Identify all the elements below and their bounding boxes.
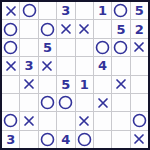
cross-icon [23, 78, 35, 90]
circle-icon [40, 132, 55, 147]
circle-icon [3, 22, 18, 37]
cell-r5c5[interactable]: 1 [76, 76, 93, 93]
cell-r7c2[interactable] [20, 112, 37, 129]
cell-r5c6[interactable] [94, 76, 111, 93]
cell-r2c4[interactable] [57, 20, 74, 37]
cell-r3c6[interactable] [94, 39, 111, 56]
cell-r2c2[interactable] [20, 20, 37, 37]
cell-r5c3[interactable] [39, 76, 56, 93]
cell-r1c1[interactable] [2, 2, 19, 19]
cell-r3c4[interactable] [57, 39, 74, 56]
cell-r8c8[interactable] [131, 131, 148, 148]
circle-icon [58, 95, 73, 110]
cell-r2c7[interactable]: 5 [112, 20, 129, 37]
digit-clue: 5 [43, 40, 52, 53]
cell-r5c4[interactable]: 5 [57, 76, 74, 93]
cell-r2c8[interactable]: 2 [131, 20, 148, 37]
cell-r6c2[interactable] [20, 94, 37, 111]
digit-clue: 5 [61, 77, 70, 90]
cell-r2c5[interactable] [76, 20, 93, 37]
cell-r4c6[interactable]: 4 [94, 57, 111, 74]
cell-r2c1[interactable] [2, 20, 19, 37]
circle-icon [113, 40, 128, 55]
cell-r6c6[interactable] [94, 94, 111, 111]
cell-r1c5[interactable] [76, 2, 93, 19]
cross-icon [5, 60, 17, 72]
cross-icon [41, 60, 53, 72]
cell-r4c8[interactable] [131, 57, 148, 74]
circle-icon [3, 113, 18, 128]
cross-icon [78, 115, 90, 127]
digit-clue: 1 [98, 4, 107, 17]
circle-icon [22, 3, 37, 18]
cell-r4c3[interactable] [39, 57, 56, 74]
digit-clue: 1 [80, 77, 89, 90]
digit-clue: 4 [61, 132, 70, 145]
circle-icon [95, 40, 110, 55]
cell-r8c1[interactable]: 3 [2, 131, 19, 148]
cross-icon [23, 115, 35, 127]
cross-icon [97, 97, 109, 109]
cell-r8c6[interactable] [94, 131, 111, 148]
cell-r1c8[interactable]: 5 [131, 2, 148, 19]
cell-r7c6[interactable] [94, 112, 111, 129]
cross-icon [133, 41, 145, 53]
cross-icon [78, 23, 90, 35]
cell-r7c3[interactable] [39, 112, 56, 129]
cell-r3c7[interactable] [112, 39, 129, 56]
cell-r1c3[interactable] [39, 2, 56, 19]
cell-r5c7[interactable] [112, 76, 129, 93]
circle-icon [132, 113, 147, 128]
digit-clue: 3 [25, 59, 34, 72]
cell-r2c6[interactable] [94, 20, 111, 37]
cell-r4c4[interactable] [57, 57, 74, 74]
cell-r4c7[interactable] [112, 57, 129, 74]
circle-icon [40, 22, 55, 37]
cell-r7c8[interactable] [131, 112, 148, 129]
cell-r7c4[interactable] [57, 112, 74, 129]
puzzle-board: 315525345134 [0, 0, 150, 150]
cell-r8c4[interactable]: 4 [57, 131, 74, 148]
cross-icon [60, 23, 72, 35]
cross-icon [115, 78, 127, 90]
digit-clue: 5 [116, 22, 125, 35]
cross-icon [133, 133, 145, 145]
cell-r8c2[interactable] [20, 131, 37, 148]
cell-r7c5[interactable] [76, 112, 93, 129]
digit-clue: 4 [98, 59, 107, 72]
cell-r3c2[interactable] [20, 39, 37, 56]
cell-r3c1[interactable] [2, 39, 19, 56]
cell-r1c4[interactable]: 3 [57, 2, 74, 19]
cell-r7c1[interactable] [2, 112, 19, 129]
cell-r3c3[interactable]: 5 [39, 39, 56, 56]
cell-r5c8[interactable] [131, 76, 148, 93]
cell-r1c2[interactable] [20, 2, 37, 19]
circle-icon [3, 40, 18, 55]
cell-r1c6[interactable]: 1 [94, 2, 111, 19]
cell-r5c1[interactable] [2, 76, 19, 93]
cell-r6c1[interactable] [2, 94, 19, 111]
cell-r8c3[interactable] [39, 131, 56, 148]
circle-icon [40, 95, 55, 110]
cell-r8c5[interactable] [76, 131, 93, 148]
circle-icon [77, 132, 92, 147]
cell-r2c3[interactable] [39, 20, 56, 37]
digit-clue: 3 [6, 132, 15, 145]
digit-clue: 2 [135, 22, 144, 35]
cell-r5c2[interactable] [20, 76, 37, 93]
cross-icon [5, 5, 17, 17]
digit-clue: 5 [135, 4, 144, 17]
cell-r3c8[interactable] [131, 39, 148, 56]
cell-r6c3[interactable] [39, 94, 56, 111]
cell-r4c2[interactable]: 3 [20, 57, 37, 74]
cell-r4c5[interactable] [76, 57, 93, 74]
cell-r6c7[interactable] [112, 94, 129, 111]
cell-r7c7[interactable] [112, 112, 129, 129]
cell-r1c7[interactable] [112, 2, 129, 19]
circle-icon [113, 3, 128, 18]
cell-r6c8[interactable] [131, 94, 148, 111]
cell-r6c4[interactable] [57, 94, 74, 111]
cell-r6c5[interactable] [76, 94, 93, 111]
cell-r3c5[interactable] [76, 39, 93, 56]
cell-r8c7[interactable] [112, 131, 129, 148]
digit-clue: 3 [61, 4, 70, 17]
cell-r4c1[interactable] [2, 57, 19, 74]
